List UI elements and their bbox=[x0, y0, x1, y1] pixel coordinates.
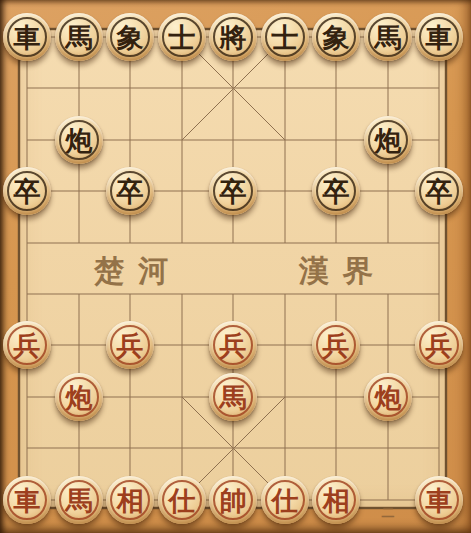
pieces-layer: 車馬象士將士象馬車炮炮卒卒卒卒卒兵兵兵兵兵炮馬炮車馬相仕帥仕相車 bbox=[0, 0, 471, 533]
piece-black-soldier-c4[interactable]: 卒 bbox=[106, 167, 154, 215]
piece-black-horse-h1[interactable]: 馬 bbox=[364, 13, 412, 61]
piece-black-advisor-d1[interactable]: 士 bbox=[158, 13, 206, 61]
piece-black-chariot-a1[interactable]: 車 bbox=[3, 13, 51, 61]
piece-black-soldier-i4[interactable]: 卒 bbox=[415, 167, 463, 215]
piece-red-soldier-c7[interactable]: 兵 bbox=[106, 321, 154, 369]
piece-black-elephant-g1[interactable]: 象 bbox=[312, 13, 360, 61]
piece-red-advisor-d10[interactable]: 仕 bbox=[158, 476, 206, 524]
piece-black-soldier-a4[interactable]: 卒 bbox=[3, 167, 51, 215]
piece-red-chariot-a10[interactable]: 車 bbox=[3, 476, 51, 524]
piece-black-horse-b1[interactable]: 馬 bbox=[55, 13, 103, 61]
piece-red-advisor-f10[interactable]: 仕 bbox=[261, 476, 309, 524]
piece-black-chariot-i1[interactable]: 車 bbox=[415, 13, 463, 61]
piece-black-cannon-h3[interactable]: 炮 bbox=[364, 116, 412, 164]
piece-red-horse-e8[interactable]: 馬 bbox=[209, 373, 257, 421]
piece-red-cannon-b8[interactable]: 炮 bbox=[55, 373, 103, 421]
piece-red-chariot-i10[interactable]: 車 bbox=[415, 476, 463, 524]
piece-red-soldier-g7[interactable]: 兵 bbox=[312, 321, 360, 369]
piece-red-soldier-e7[interactable]: 兵 bbox=[209, 321, 257, 369]
piece-black-soldier-g4[interactable]: 卒 bbox=[312, 167, 360, 215]
piece-black-soldier-e4[interactable]: 卒 bbox=[209, 167, 257, 215]
piece-black-general-e1[interactable]: 將 bbox=[209, 13, 257, 61]
piece-red-general-e10[interactable]: 帥 bbox=[209, 476, 257, 524]
piece-red-elephant-c10[interactable]: 相 bbox=[106, 476, 154, 524]
piece-red-cannon-h8[interactable]: 炮 bbox=[364, 373, 412, 421]
piece-red-soldier-a7[interactable]: 兵 bbox=[3, 321, 51, 369]
piece-black-advisor-f1[interactable]: 士 bbox=[261, 13, 309, 61]
piece-black-elephant-c1[interactable]: 象 bbox=[106, 13, 154, 61]
xiangqi-board: 楚河 漢界 二 車馬象士將士象馬車炮炮卒卒卒卒卒兵兵兵兵兵炮馬炮車馬相仕帥仕相車 bbox=[0, 0, 471, 533]
piece-red-soldier-i7[interactable]: 兵 bbox=[415, 321, 463, 369]
piece-red-horse-b10[interactable]: 馬 bbox=[55, 476, 103, 524]
piece-black-cannon-b3[interactable]: 炮 bbox=[55, 116, 103, 164]
piece-red-elephant-g10[interactable]: 相 bbox=[312, 476, 360, 524]
